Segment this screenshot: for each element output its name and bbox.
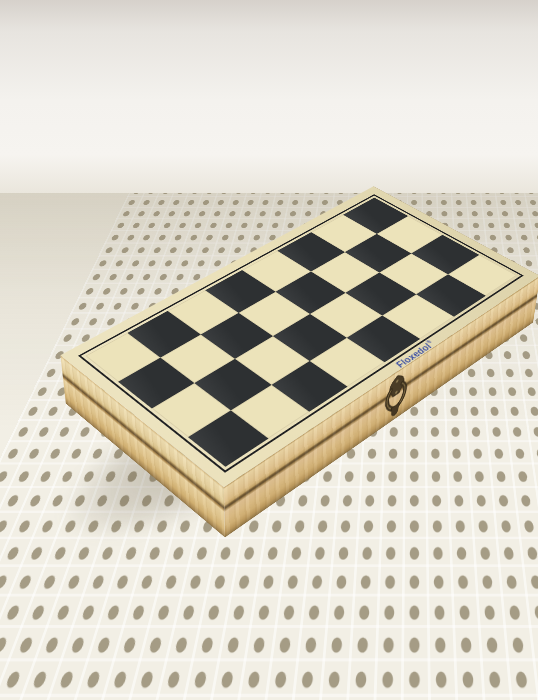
board-square-r0c0-light [85, 333, 159, 382]
board-square-r2c2-light [235, 336, 310, 385]
registered-mark-icon: ® [425, 339, 433, 344]
board-square-r3c3-light [309, 338, 384, 387]
board-square-r2c0-light [152, 383, 230, 437]
chess-box: Floxedol® [60, 186, 538, 487]
board-square-r2c1-dark [194, 359, 271, 410]
board-square-r3c2-dark [271, 361, 348, 412]
board-square-r3c1-light [230, 385, 309, 439]
photo-root: Floxedol® [0, 0, 538, 700]
board-square-r2c3-dark [273, 314, 346, 361]
board-square-r1c2-dark [200, 313, 273, 360]
board-square-r1c1-light [160, 335, 235, 384]
scene-3d: Floxedol® [0, 0, 538, 700]
board-square-r0c1-dark [127, 311, 200, 357]
board-square-r1c0-dark [118, 357, 194, 408]
board-square-r3c0-dark [188, 410, 269, 467]
board-grid [85, 198, 516, 467]
board-square-r3c4-dark [346, 315, 420, 362]
